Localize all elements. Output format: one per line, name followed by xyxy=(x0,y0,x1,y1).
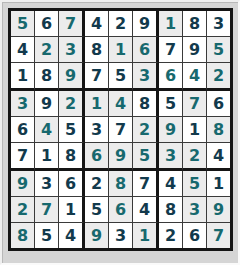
sudoku-cell-r5c2[interactable]: 4 xyxy=(35,117,59,143)
board-row-1: 567429183 xyxy=(11,11,230,37)
sudoku-cell-r9c2[interactable]: 5 xyxy=(35,223,59,248)
sudoku-cell-r1c8[interactable]: 8 xyxy=(183,11,207,37)
board-row-2: 423816795 xyxy=(11,37,230,63)
sudoku-cell-r1c6[interactable]: 9 xyxy=(133,11,159,37)
sudoku-cell-r7c1[interactable]: 9 xyxy=(11,171,35,197)
sudoku-cell-r4c1[interactable]: 3 xyxy=(11,91,35,117)
sudoku-cell-r8c4[interactable]: 5 xyxy=(85,197,109,223)
sudoku-cell-r8c6[interactable]: 4 xyxy=(133,197,159,223)
board-row-9: 854931267 xyxy=(11,223,230,248)
sudoku-cell-r4c5[interactable]: 4 xyxy=(109,91,133,117)
sudoku-cell-r1c5[interactable]: 2 xyxy=(109,11,133,37)
sudoku-cell-r7c8[interactable]: 5 xyxy=(183,171,207,197)
sudoku-cell-r2c6[interactable]: 6 xyxy=(133,37,159,63)
sudoku-cell-r9c7[interactable]: 2 xyxy=(159,223,183,248)
sudoku-cell-r6c6[interactable]: 5 xyxy=(133,143,159,171)
sudoku-cell-r6c9[interactable]: 4 xyxy=(207,143,230,171)
sudoku-cell-r9c3[interactable]: 4 xyxy=(59,223,85,248)
sudoku-cell-r9c4[interactable]: 9 xyxy=(85,223,109,248)
sudoku-cell-r4c9[interactable]: 6 xyxy=(207,91,230,117)
sudoku-cell-r1c9[interactable]: 3 xyxy=(207,11,230,37)
sudoku-cell-r6c2[interactable]: 1 xyxy=(35,143,59,171)
sudoku-cell-r8c8[interactable]: 3 xyxy=(183,197,207,223)
sudoku-cell-r5c4[interactable]: 3 xyxy=(85,117,109,143)
sudoku-cell-r7c2[interactable]: 3 xyxy=(35,171,59,197)
sudoku-cell-r8c1[interactable]: 2 xyxy=(11,197,35,223)
sudoku-cell-r4c3[interactable]: 2 xyxy=(59,91,85,117)
sudoku-cell-r2c2[interactable]: 2 xyxy=(35,37,59,63)
sudoku-cell-r3c3[interactable]: 9 xyxy=(59,63,85,91)
sudoku-cell-r2c8[interactable]: 9 xyxy=(183,37,207,63)
sudoku-board: 5674291834238167951897536423921485766453… xyxy=(8,8,233,251)
sudoku-cell-r8c3[interactable]: 1 xyxy=(59,197,85,223)
sudoku-cell-r3c6[interactable]: 3 xyxy=(133,63,159,91)
sudoku-cell-r8c9[interactable]: 9 xyxy=(207,197,230,223)
sudoku-cell-r9c6[interactable]: 1 xyxy=(133,223,159,248)
board-row-7: 936287451 xyxy=(11,171,230,197)
sudoku-cell-r1c1[interactable]: 5 xyxy=(11,11,35,37)
sudoku-cell-r3c8[interactable]: 4 xyxy=(183,63,207,91)
sudoku-cell-r2c1[interactable]: 4 xyxy=(11,37,35,63)
sudoku-cell-r9c8[interactable]: 6 xyxy=(183,223,207,248)
sudoku-cell-r9c9[interactable]: 7 xyxy=(207,223,230,248)
sudoku-cell-r5c1[interactable]: 6 xyxy=(11,117,35,143)
sudoku-cell-r1c4[interactable]: 4 xyxy=(85,11,109,37)
sudoku-cell-r1c7[interactable]: 1 xyxy=(159,11,183,37)
sudoku-cell-r7c9[interactable]: 1 xyxy=(207,171,230,197)
sudoku-cell-r5c9[interactable]: 8 xyxy=(207,117,230,143)
sudoku-cell-r7c6[interactable]: 7 xyxy=(133,171,159,197)
sudoku-cell-r1c3[interactable]: 7 xyxy=(59,11,85,37)
sudoku-cell-r1c2[interactable]: 6 xyxy=(35,11,59,37)
sudoku-cell-r6c3[interactable]: 8 xyxy=(59,143,85,171)
sudoku-cell-r2c9[interactable]: 5 xyxy=(207,37,230,63)
board-row-4: 392148576 xyxy=(11,91,230,117)
sudoku-cell-r7c7[interactable]: 4 xyxy=(159,171,183,197)
sudoku-cell-r5c6[interactable]: 2 xyxy=(133,117,159,143)
sudoku-cell-r3c5[interactable]: 5 xyxy=(109,63,133,91)
board-row-8: 271564839 xyxy=(11,197,230,223)
sudoku-cell-r9c5[interactable]: 3 xyxy=(109,223,133,248)
sudoku-cell-r4c7[interactable]: 5 xyxy=(159,91,183,117)
sudoku-cell-r3c1[interactable]: 1 xyxy=(11,63,35,91)
sudoku-cell-r7c5[interactable]: 8 xyxy=(109,171,133,197)
board-row-6: 718695324 xyxy=(11,143,230,171)
sudoku-cell-r5c7[interactable]: 9 xyxy=(159,117,183,143)
sudoku-cell-r4c6[interactable]: 8 xyxy=(133,91,159,117)
sudoku-cell-r2c7[interactable]: 7 xyxy=(159,37,183,63)
sudoku-cell-r8c7[interactable]: 8 xyxy=(159,197,183,223)
sudoku-cell-r5c5[interactable]: 7 xyxy=(109,117,133,143)
sudoku-cell-r2c3[interactable]: 3 xyxy=(59,37,85,63)
sudoku-cell-r2c5[interactable]: 1 xyxy=(109,37,133,63)
sudoku-cell-r7c3[interactable]: 6 xyxy=(59,171,85,197)
sudoku-cell-r9c1[interactable]: 8 xyxy=(11,223,35,248)
sudoku-cell-r4c4[interactable]: 1 xyxy=(85,91,109,117)
board-row-5: 645372918 xyxy=(11,117,230,143)
sudoku-cell-r6c5[interactable]: 9 xyxy=(109,143,133,171)
board-row-3: 189753642 xyxy=(11,63,230,91)
sudoku-cell-r5c8[interactable]: 1 xyxy=(183,117,207,143)
sudoku-cell-r6c1[interactable]: 7 xyxy=(11,143,35,171)
sudoku-cell-r3c9[interactable]: 2 xyxy=(207,63,230,91)
sudoku-cell-r5c3[interactable]: 5 xyxy=(59,117,85,143)
sudoku-cell-r3c4[interactable]: 7 xyxy=(85,63,109,91)
sudoku-cell-r6c8[interactable]: 2 xyxy=(183,143,207,171)
sudoku-cell-r7c4[interactable]: 2 xyxy=(85,171,109,197)
sudoku-cell-r2c4[interactable]: 8 xyxy=(85,37,109,63)
sudoku-cell-r6c4[interactable]: 6 xyxy=(85,143,109,171)
sudoku-cell-r3c7[interactable]: 6 xyxy=(159,63,183,91)
sudoku-cell-r4c8[interactable]: 7 xyxy=(183,91,207,117)
sudoku-cell-r8c2[interactable]: 7 xyxy=(35,197,59,223)
sudoku-cell-r6c7[interactable]: 3 xyxy=(159,143,183,171)
sudoku-cell-r3c2[interactable]: 8 xyxy=(35,63,59,91)
sudoku-cell-r4c2[interactable]: 9 xyxy=(35,91,59,117)
sudoku-cell-r8c5[interactable]: 6 xyxy=(109,197,133,223)
